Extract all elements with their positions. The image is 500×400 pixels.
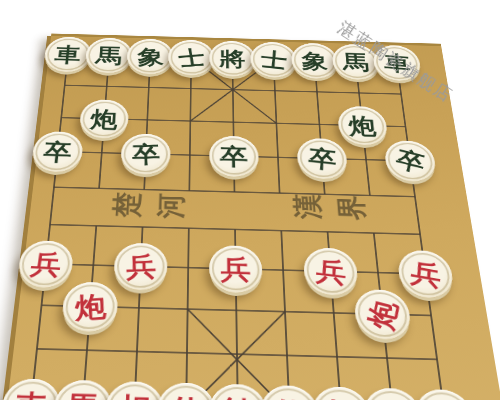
product-photo: 楚河 漢界 車馬象士將士象馬車炮炮卒卒卒卒卒兵兵兵兵兵炮炮車馬相仕帥仕相馬車 湛… (0, 0, 500, 400)
piece-character: 卒 (394, 146, 426, 175)
piece-character: 相 (117, 393, 151, 400)
piece-character: 炮 (364, 297, 400, 332)
piece-character: 士 (177, 47, 206, 69)
river-character: 界 (335, 195, 367, 221)
piece-character: 卒 (307, 146, 336, 172)
piece-character: 兵 (125, 253, 156, 281)
piece-character: 車 (54, 44, 82, 65)
river-label-left: 楚河 (111, 192, 186, 219)
piece-character: 炮 (74, 292, 106, 322)
piece-character: 兵 (409, 258, 441, 290)
piece-character: 卒 (42, 140, 72, 164)
piece-character: 仕 (169, 394, 202, 400)
piece-character: 帥 (221, 396, 254, 400)
river-label-right: 漢界 (292, 193, 367, 220)
piece-character: 馬 (65, 392, 100, 400)
river-character: 河 (155, 193, 185, 219)
piece-character: 卒 (131, 142, 160, 166)
piece-character: 象 (137, 46, 164, 67)
piece-character: 卒 (220, 144, 248, 168)
piece-character: 士 (259, 48, 287, 71)
board-perspective-wrap: 楚河 漢界 車馬象士將士象馬車炮炮卒卒卒卒卒兵兵兵兵兵炮炮車馬相仕帥仕相馬車 (6, 0, 500, 400)
river-character: 楚 (111, 192, 142, 218)
piece-character: 兵 (29, 250, 63, 278)
piece-character: 兵 (221, 255, 252, 282)
piece-character: 象 (301, 50, 329, 71)
piece-character: 馬 (95, 45, 123, 66)
piece-character: 將 (219, 48, 245, 69)
piece-character: 炮 (90, 108, 119, 131)
river-character: 漢 (292, 193, 323, 219)
piece-character: 炮 (348, 114, 378, 137)
piece-character: 車 (13, 390, 49, 400)
piece-character: 兵 (315, 256, 346, 286)
